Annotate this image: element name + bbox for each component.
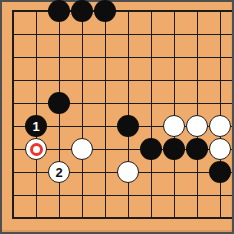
black-stone[interactable] [48,92,70,114]
grid-line-vertical [151,10,152,219]
circle-marker-icon [30,143,43,156]
grid-line-horizontal [12,80,232,81]
white-stone[interactable] [186,115,208,137]
black-stone[interactable] [186,138,208,160]
grid-line-vertical [12,10,14,219]
white-stone[interactable] [209,138,231,160]
grid-line-horizontal [12,57,232,58]
grid-line-horizontal [12,10,232,12]
white-stone[interactable] [209,115,231,137]
grid-line-vertical [59,10,60,219]
grid-line-horizontal [12,195,232,196]
black-stone[interactable] [209,161,231,183]
black-stone[interactable]: 1 [25,115,47,137]
grid-line-horizontal [12,34,232,35]
black-stone[interactable] [48,0,70,22]
black-stone[interactable] [71,0,93,22]
white-stone[interactable] [25,138,47,160]
grid-line-vertical [82,10,83,219]
move-number: 1 [32,120,39,133]
black-stone[interactable] [140,138,162,160]
white-stone[interactable] [71,138,93,160]
black-stone[interactable] [117,115,139,137]
white-stone[interactable]: 2 [48,161,70,183]
black-stone[interactable] [163,138,185,160]
move-number: 2 [55,166,62,179]
go-diagram-screenshot: 12 [0,0,234,234]
grid-line-horizontal [12,103,232,104]
grid-line-vertical [105,10,106,219]
black-stone[interactable] [94,0,116,22]
go-board[interactable]: 12 [0,0,234,234]
white-stone[interactable] [117,161,139,183]
grid-line-horizontal [12,217,232,219]
white-stone[interactable] [163,115,185,137]
